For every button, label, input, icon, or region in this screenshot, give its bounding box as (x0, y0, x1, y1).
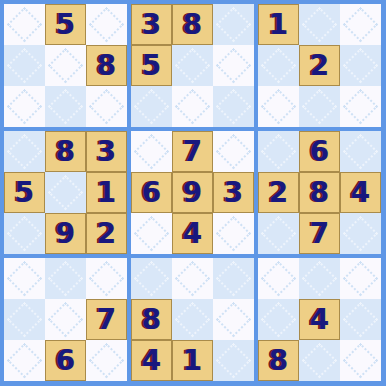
given-digit: 2 (269, 179, 288, 207)
diamond-pattern-icon (216, 302, 251, 337)
diamond-pattern-icon (175, 302, 210, 337)
diamond-pattern-icon (343, 216, 378, 251)
cell-r5c8: 8 (299, 172, 340, 213)
diamond-pattern-icon (302, 89, 337, 124)
cell-r6c6[interactable] (213, 213, 254, 254)
diamond-pattern-icon (216, 261, 251, 296)
cell-r3c5[interactable] (172, 86, 213, 127)
diamond-pattern-icon (7, 216, 42, 251)
diamond-pattern-icon (261, 216, 296, 251)
cell-r5c5: 9 (172, 172, 213, 213)
cell-r9c5: 1 (172, 340, 213, 381)
diamond-pattern-icon (343, 7, 378, 42)
given-digit: 8 (97, 52, 116, 80)
diamond-pattern-icon (216, 134, 251, 169)
cell-r5c4: 6 (131, 172, 172, 213)
cell-r7c2[interactable] (45, 258, 86, 299)
diamond-pattern-icon (175, 89, 210, 124)
cell-r3c7[interactable] (258, 86, 299, 127)
diamond-pattern-icon (216, 7, 251, 42)
given-digit: 4 (351, 179, 370, 207)
cell-r2c9[interactable] (340, 45, 381, 86)
given-digit: 4 (310, 306, 329, 334)
cell-r4c1[interactable] (4, 131, 45, 172)
cell-r9c9[interactable] (340, 340, 381, 381)
cell-r4c6[interactable] (213, 131, 254, 172)
cell-r4c2: 8 (45, 131, 86, 172)
cell-r4c7[interactable] (258, 131, 299, 172)
diamond-pattern-icon (134, 89, 169, 124)
diamond-pattern-icon (343, 261, 378, 296)
given-digit: 9 (183, 179, 202, 207)
cell-r7c9[interactable] (340, 258, 381, 299)
diamond-pattern-icon (134, 261, 169, 296)
cell-r3c4[interactable] (131, 86, 172, 127)
cell-r6c8: 7 (299, 213, 340, 254)
cell-r1c9[interactable] (340, 4, 381, 45)
given-digit: 6 (310, 138, 329, 166)
diamond-pattern-icon (7, 302, 42, 337)
diamond-pattern-icon (302, 261, 337, 296)
diamond-pattern-icon (89, 343, 124, 378)
diamond-pattern-icon (343, 134, 378, 169)
diamond-pattern-icon (216, 48, 251, 83)
box-1-3: 12 (258, 4, 381, 127)
sudoku-board: 583851283519276934628477684148 (0, 0, 386, 386)
cell-r3c3[interactable] (86, 86, 127, 127)
cell-r6c5: 4 (172, 213, 213, 254)
cell-r6c7[interactable] (258, 213, 299, 254)
diamond-pattern-icon (48, 175, 83, 210)
cell-r1c3[interactable] (86, 4, 127, 45)
cell-r1c4: 3 (131, 4, 172, 45)
cell-r7c6[interactable] (213, 258, 254, 299)
diamond-pattern-icon (343, 343, 378, 378)
diamond-pattern-icon (7, 261, 42, 296)
diamond-pattern-icon (134, 216, 169, 251)
cell-r3c6[interactable] (213, 86, 254, 127)
cell-r5c1: 5 (4, 172, 45, 213)
diamond-pattern-icon (343, 48, 378, 83)
cell-r2c1[interactable] (4, 45, 45, 86)
given-digit: 3 (142, 11, 161, 39)
diamond-pattern-icon (48, 48, 83, 83)
diamond-pattern-icon (48, 261, 83, 296)
given-digit: 6 (56, 347, 75, 375)
diamond-pattern-icon (261, 302, 296, 337)
given-digit: 7 (183, 138, 202, 166)
cell-r2c3: 8 (86, 45, 127, 86)
given-digit: 5 (15, 179, 34, 207)
cell-r4c4[interactable] (131, 131, 172, 172)
given-digit: 7 (310, 220, 329, 248)
cell-r8c7[interactable] (258, 299, 299, 340)
box-3-1: 76 (4, 258, 127, 381)
cell-r9c6[interactable] (213, 340, 254, 381)
cell-r7c4[interactable] (131, 258, 172, 299)
diamond-pattern-icon (7, 343, 42, 378)
cell-r4c5: 7 (172, 131, 213, 172)
diamond-pattern-icon (302, 343, 337, 378)
cell-r4c3: 3 (86, 131, 127, 172)
box-3-2: 841 (131, 258, 254, 381)
given-digit: 4 (183, 220, 202, 248)
diamond-pattern-icon (7, 134, 42, 169)
box-3-3: 48 (258, 258, 381, 381)
diamond-pattern-icon (175, 261, 210, 296)
cell-r5c2[interactable] (45, 172, 86, 213)
diamond-pattern-icon (216, 216, 251, 251)
cell-r3c9[interactable] (340, 86, 381, 127)
box-1-2: 385 (131, 4, 254, 127)
cell-r8c1[interactable] (4, 299, 45, 340)
diamond-pattern-icon (343, 89, 378, 124)
cell-r3c2[interactable] (45, 86, 86, 127)
diamond-pattern-icon (175, 48, 210, 83)
given-digit: 1 (269, 11, 288, 39)
cell-r4c8: 6 (299, 131, 340, 172)
given-digit: 3 (97, 138, 116, 166)
given-digit: 8 (56, 138, 75, 166)
cell-r7c1[interactable] (4, 258, 45, 299)
diamond-pattern-icon (7, 48, 42, 83)
cell-r8c9[interactable] (340, 299, 381, 340)
cell-r6c9[interactable] (340, 213, 381, 254)
given-digit: 8 (310, 179, 329, 207)
diamond-pattern-icon (261, 134, 296, 169)
cell-r9c1[interactable] (4, 340, 45, 381)
given-digit: 6 (142, 179, 161, 207)
cell-r9c3[interactable] (86, 340, 127, 381)
given-digit: 8 (269, 347, 288, 375)
cell-r7c7[interactable] (258, 258, 299, 299)
cell-r8c4: 8 (131, 299, 172, 340)
cell-r2c7[interactable] (258, 45, 299, 86)
cell-r8c3: 7 (86, 299, 127, 340)
given-digit: 5 (56, 11, 75, 39)
diamond-pattern-icon (261, 261, 296, 296)
diamond-pattern-icon (216, 89, 251, 124)
cell-r6c4[interactable] (131, 213, 172, 254)
given-digit: 8 (142, 306, 161, 334)
cell-r1c1[interactable] (4, 4, 45, 45)
box-2-1: 835192 (4, 131, 127, 254)
given-digit: 1 (97, 179, 116, 207)
given-digit: 4 (142, 347, 161, 375)
cell-r8c8: 4 (299, 299, 340, 340)
given-digit: 9 (56, 220, 75, 248)
cell-r9c7: 8 (258, 340, 299, 381)
cell-r4c9[interactable] (340, 131, 381, 172)
cell-r9c4: 4 (131, 340, 172, 381)
cell-r6c1[interactable] (4, 213, 45, 254)
diamond-pattern-icon (261, 89, 296, 124)
box-2-2: 76934 (131, 131, 254, 254)
cell-r2c5[interactable] (172, 45, 213, 86)
cell-r2c8: 2 (299, 45, 340, 86)
diamond-pattern-icon (343, 302, 378, 337)
diamond-pattern-icon (216, 343, 251, 378)
diamond-pattern-icon (89, 89, 124, 124)
cell-r3c8[interactable] (299, 86, 340, 127)
given-digit: 1 (183, 347, 202, 375)
cell-r6c2: 9 (45, 213, 86, 254)
cell-r8c2[interactable] (45, 299, 86, 340)
given-digit: 5 (142, 52, 161, 80)
cell-r7c8[interactable] (299, 258, 340, 299)
cell-r1c5: 8 (172, 4, 213, 45)
cell-r1c2: 5 (45, 4, 86, 45)
given-digit: 7 (97, 306, 116, 334)
cell-r9c8[interactable] (299, 340, 340, 381)
cell-r7c5[interactable] (172, 258, 213, 299)
cell-r3c1[interactable] (4, 86, 45, 127)
cell-r1c7: 1 (258, 4, 299, 45)
diamond-pattern-icon (89, 261, 124, 296)
cell-r9c2: 6 (45, 340, 86, 381)
cell-r5c7: 2 (258, 172, 299, 213)
given-digit: 3 (224, 179, 243, 207)
given-digit: 2 (97, 220, 116, 248)
cell-r1c6[interactable] (213, 4, 254, 45)
cell-r8c6[interactable] (213, 299, 254, 340)
diamond-pattern-icon (7, 7, 42, 42)
cell-r2c2[interactable] (45, 45, 86, 86)
cell-r5c9: 4 (340, 172, 381, 213)
diamond-pattern-icon (48, 302, 83, 337)
cell-r7c3[interactable] (86, 258, 127, 299)
box-2-3: 62847 (258, 131, 381, 254)
diamond-pattern-icon (302, 7, 337, 42)
diamond-pattern-icon (48, 89, 83, 124)
cell-r1c8[interactable] (299, 4, 340, 45)
cell-r5c3: 1 (86, 172, 127, 213)
cell-r5c6: 3 (213, 172, 254, 213)
box-1-1: 58 (4, 4, 127, 127)
given-digit: 2 (310, 52, 329, 80)
diamond-pattern-icon (134, 134, 169, 169)
diamond-pattern-icon (89, 7, 124, 42)
cell-r2c4: 5 (131, 45, 172, 86)
cell-r2c6[interactable] (213, 45, 254, 86)
diamond-pattern-icon (261, 48, 296, 83)
cell-r8c5[interactable] (172, 299, 213, 340)
given-digit: 8 (183, 11, 202, 39)
diamond-pattern-icon (7, 89, 42, 124)
cell-r6c3: 2 (86, 213, 127, 254)
